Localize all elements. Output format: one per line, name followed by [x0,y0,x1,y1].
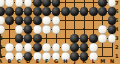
black-stone-B5: ● [5,16,14,25]
intersection-G3[interactable] [51,34,60,43]
black-stone-E3: ● [33,34,42,43]
intersection-K7[interactable] [79,0,88,7]
intersection-M3[interactable]: ○ [98,34,107,43]
bottom-label-B: B [6,58,14,64]
black-stone-B6: ● [5,7,14,16]
white-stone-G4: ○ [52,25,61,34]
white-stone-F5: ○ [42,16,51,25]
intersection-L3[interactable]: ● [89,34,98,43]
intersection-D5[interactable]: ● [23,16,32,25]
right-label-4: 4 [114,26,120,32]
intersection-J2[interactable]: ● [70,43,79,52]
intersection-H7[interactable] [61,0,70,7]
intersection-J3[interactable]: ● [70,34,79,43]
white-stone-E4: ○ [33,25,42,34]
black-stone-E5: ● [33,16,42,25]
intersection-G2[interactable]: ○ [51,43,60,52]
black-stone-D4: ● [24,25,33,34]
intersection-F2[interactable]: ○ [42,43,51,52]
intersection-E4[interactable]: ○ [33,25,42,34]
intersection-B5[interactable]: ● [5,16,14,25]
white-stone-A5: ○ [0,16,5,25]
black-stone-E7: ● [33,0,42,7]
white-stone-A7: ○ [0,0,5,7]
intersection-D4[interactable]: ● [23,25,32,34]
intersection-F4[interactable]: ○ [42,25,51,34]
intersection-K2[interactable]: ● [79,43,88,52]
black-stone-F6: ● [42,7,51,16]
intersection-G6[interactable]: ● [51,7,60,16]
intersection-J6[interactable]: ● [70,7,79,16]
intersection-H4[interactable] [61,25,70,34]
intersection-G7[interactable]: ● [51,0,60,7]
intersection-J4[interactable] [70,25,79,34]
intersection-L6[interactable]: ● [89,7,98,16]
white-stone-C2: ○ [15,43,24,52]
bottom-label-H: H [61,58,69,64]
white-stone-L2: ○ [89,43,98,52]
white-stone-F4: ○ [42,25,51,34]
intersection-F5[interactable]: ○ [42,16,51,25]
black-stone-J6: ● [70,7,79,16]
black-stone-K2: ● [80,43,89,52]
black-stone-G7: ● [52,0,61,7]
black-stone-C6: ● [15,7,24,16]
white-stone-D7: ○ [24,0,33,7]
black-stone-L6: ● [89,7,98,16]
right-label-2: 2 [114,44,120,50]
black-stone-M7: ● [98,0,107,7]
white-stone-A4: ○ [0,25,5,34]
intersection-B4[interactable] [5,25,14,34]
black-stone-D5: ● [24,16,33,25]
left-label-2: 2 [0,44,4,50]
intersection-K4[interactable] [79,25,88,34]
go-board-screenshot: ○○○○●●●●○●●●●●●●●●●●●●○●●●●○○●○○●○○○○●●●… [0,0,120,64]
white-stone-M3: ○ [98,34,107,43]
intersection-L7[interactable] [89,0,98,7]
right-label-1: 1 [114,53,120,59]
intersection-K5[interactable] [79,16,88,25]
black-stone-J3: ● [70,34,79,43]
intersection-B2[interactable]: ○ [5,43,14,52]
intersection-L2[interactable]: ○ [89,43,98,52]
black-stone-K3: ● [80,34,89,43]
bottom-label-L: L [89,58,97,64]
right-label-7: 7 [114,0,120,6]
intersection-L5[interactable] [89,16,98,25]
intersection-C3[interactable]: ● [14,34,23,43]
bottom-label-J: J [71,58,79,64]
black-stone-E2: ● [33,43,42,52]
black-stone-G6: ● [52,7,61,16]
intersection-J7[interactable] [70,0,79,7]
white-stone-H2: ○ [61,43,70,52]
black-stone-E6: ● [33,7,42,16]
intersection-H3[interactable] [61,34,70,43]
right-label-6: 6 [114,8,120,14]
bottom-label-M: M [99,58,107,64]
intersection-F6[interactable]: ● [42,7,51,16]
intersection-E6[interactable]: ● [33,7,42,16]
intersection-K6[interactable]: ● [79,7,88,16]
right-label-5: 5 [114,17,120,23]
intersection-E3[interactable]: ● [33,34,42,43]
intersection-L4[interactable] [89,25,98,34]
bottom-label-C: C [15,58,23,64]
intersection-C4[interactable]: ○ [14,25,23,34]
white-stone-M4: ○ [98,25,107,34]
black-stone-K6: ● [80,7,89,16]
intersection-E5[interactable]: ● [33,16,42,25]
bottom-label-G: G [52,58,60,64]
intersection-C7[interactable]: ○ [14,0,23,7]
black-stone-D3: ● [24,34,33,43]
black-stone-J2: ● [70,43,79,52]
intersection-F7[interactable]: ● [42,0,51,7]
intersection-D7[interactable]: ○ [23,0,32,7]
intersection-G5[interactable]: ○ [51,16,60,25]
bottom-label-E: E [33,58,41,64]
bottom-label-D: D [24,58,32,64]
intersection-H5[interactable] [61,16,70,25]
black-stone-L3: ● [89,34,98,43]
intersection-J5[interactable] [70,16,79,25]
intersection-E2[interactable]: ● [33,43,42,52]
intersection-C5[interactable]: ● [14,16,23,25]
intersection-M4[interactable]: ○ [98,25,107,34]
bottom-label-K: K [80,58,88,64]
white-stone-B2: ○ [5,43,14,52]
intersection-E7[interactable]: ● [33,0,42,7]
intersection-D6[interactable]: ● [23,7,32,16]
white-stone-G2: ○ [52,43,61,52]
black-stone-D6: ● [24,7,33,16]
white-stone-B7: ○ [5,0,14,7]
intersection-G4[interactable]: ○ [51,25,60,34]
intersection-M7[interactable]: ● [98,0,107,7]
intersection-K3[interactable]: ● [79,34,88,43]
intersection-D2[interactable]: ○ [23,43,32,52]
black-stone-C5: ● [15,16,24,25]
intersection-B6[interactable]: ● [5,7,14,16]
intersection-C6[interactable]: ● [14,7,23,16]
black-stone-F7: ● [42,0,51,7]
black-stone-A6: ● [0,7,5,16]
intersection-D3[interactable]: ● [23,34,32,43]
intersection-M6[interactable]: ● [98,7,107,16]
left-label-1: 1 [0,53,4,59]
black-stone-H6: ● [61,7,70,16]
intersection-H2[interactable]: ○ [61,43,70,52]
left-label-3: 3 [0,35,4,41]
go-board: ○○○○●●●●○●●●●●●●●●●●●●○●●●●○○●○○●○○○○●●●… [0,0,117,61]
white-stone-G5: ○ [52,16,61,25]
white-stone-C4: ○ [15,25,24,34]
black-stone-M6: ● [98,7,107,16]
right-label-3: 3 [114,35,120,41]
intersection-M5[interactable] [98,16,107,25]
white-stone-D2: ○ [24,43,33,52]
black-stone-C3: ● [15,34,24,43]
intersection-B7[interactable]: ○ [5,0,14,7]
white-stone-C7: ○ [15,0,24,7]
intersection-M2[interactable] [98,43,107,52]
intersection-C2[interactable]: ○ [14,43,23,52]
intersection-H6[interactable]: ● [61,7,70,16]
intersection-F3[interactable] [42,34,51,43]
bottom-label-F: F [43,58,51,64]
white-stone-F2: ○ [42,43,51,52]
intersection-B3[interactable] [5,34,14,43]
